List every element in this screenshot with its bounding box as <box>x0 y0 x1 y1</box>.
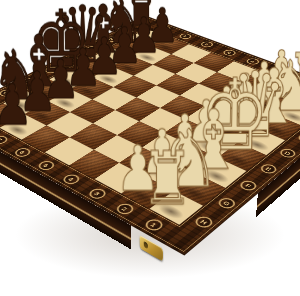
file-label-right-H: H <box>192 214 216 229</box>
piece-black-pawn[interactable]: ♟ <box>0 79 33 132</box>
rank-label-bottom-7: 7 <box>0 134 10 146</box>
rank-label-bottom-5: 5 <box>35 159 57 172</box>
rank-label-top-7: 7 <box>177 32 193 39</box>
file-label-right-F: F <box>238 179 260 193</box>
rank-label-bottom-1: 1 <box>142 217 166 233</box>
file-label-right-D: D <box>278 147 299 159</box>
rank-label-bottom-4: 4 <box>60 173 82 186</box>
rank-label-bottom-3: 3 <box>86 187 109 201</box>
file-label-right-C: C <box>296 132 300 143</box>
rank-label-top-6: 6 <box>198 40 215 48</box>
file-label-right-G: G <box>216 196 239 210</box>
piece-white-rook[interactable]: ♜ <box>141 145 193 215</box>
product-photo: ♜♟♟♜♞♟♟♞♝♟♟♝♛♟♟♛♚♟♟♚♝♟♟♝♞♟♟♞♜♟♟♜ 88AA77B… <box>0 0 300 296</box>
file-label-right-E: E <box>258 162 279 175</box>
rank-label-bottom-2: 2 <box>113 201 136 216</box>
rank-label-bottom-6: 6 <box>12 146 33 158</box>
